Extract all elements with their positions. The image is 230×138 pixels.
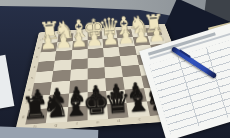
file-label-c: c xyxy=(129,115,151,123)
white-pawn-a2[interactable]: ♟ xyxy=(148,24,166,44)
file-label-d: d xyxy=(108,117,130,125)
photo-stage: hgfedcba 12345678 ♜♞♝♚♛♝♞♜♟♟♟♟♟♟♟♟♟♟♟♟♟♟… xyxy=(0,0,230,138)
